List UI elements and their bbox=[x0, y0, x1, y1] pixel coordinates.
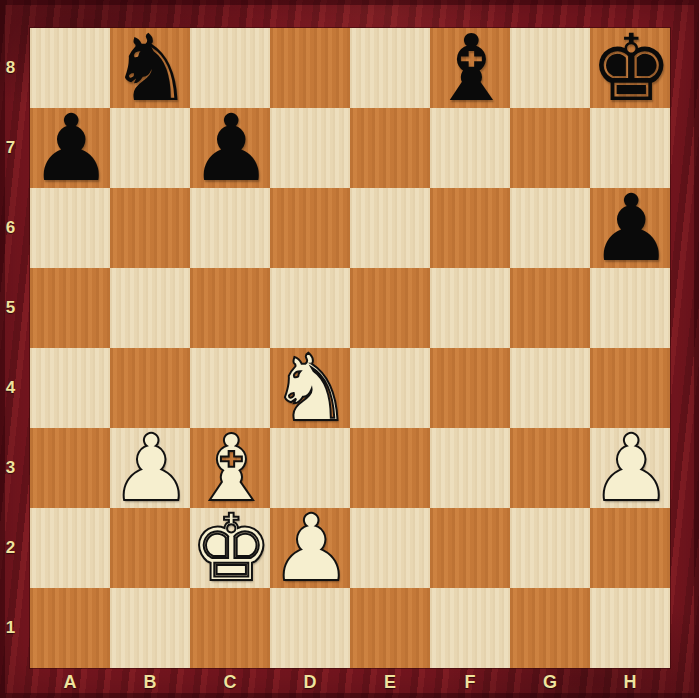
rank-label-5: 5 bbox=[0, 268, 30, 348]
square-g3[interactable] bbox=[510, 428, 590, 508]
file-label-g: G bbox=[510, 668, 590, 698]
square-a6[interactable] bbox=[30, 188, 110, 268]
square-f2[interactable] bbox=[430, 508, 510, 588]
square-b1[interactable] bbox=[110, 588, 190, 668]
square-d6[interactable] bbox=[270, 188, 350, 268]
file-labels: ABCDEFGH bbox=[30, 668, 670, 698]
square-c6[interactable] bbox=[190, 188, 270, 268]
rank-label-3: 3 bbox=[0, 428, 30, 508]
square-e6[interactable] bbox=[350, 188, 430, 268]
piece-black-pawn-h6[interactable]: ♟ bbox=[590, 189, 670, 269]
chess-board-frame: ♞♝♚♟♟♟♞♟♝♟♚♟ 87654321 ABCDEFGH bbox=[0, 0, 699, 698]
square-d4[interactable]: ♞ bbox=[270, 348, 350, 428]
square-b8[interactable]: ♞ bbox=[110, 28, 190, 108]
rank-labels: 87654321 bbox=[0, 28, 30, 668]
square-d7[interactable] bbox=[270, 108, 350, 188]
square-b6[interactable] bbox=[110, 188, 190, 268]
rank-label-6: 6 bbox=[0, 188, 30, 268]
rank-label-2: 2 bbox=[0, 508, 30, 588]
piece-black-bishop-f8[interactable]: ♝ bbox=[430, 29, 510, 109]
square-e2[interactable] bbox=[350, 508, 430, 588]
square-f1[interactable] bbox=[430, 588, 510, 668]
file-label-e: E bbox=[350, 668, 430, 698]
file-label-h: H bbox=[590, 668, 670, 698]
square-f5[interactable] bbox=[430, 268, 510, 348]
square-c2[interactable]: ♚ bbox=[190, 508, 270, 588]
rank-label-4: 4 bbox=[0, 348, 30, 428]
square-g7[interactable] bbox=[510, 108, 590, 188]
square-h2[interactable] bbox=[590, 508, 670, 588]
chess-board: ♞♝♚♟♟♟♞♟♝♟♚♟ bbox=[30, 28, 670, 668]
piece-white-pawn-b3[interactable]: ♟ bbox=[110, 429, 190, 509]
square-e1[interactable] bbox=[350, 588, 430, 668]
file-label-b: B bbox=[110, 668, 190, 698]
square-e7[interactable] bbox=[350, 108, 430, 188]
square-c1[interactable] bbox=[190, 588, 270, 668]
square-b2[interactable] bbox=[110, 508, 190, 588]
square-f3[interactable] bbox=[430, 428, 510, 508]
file-label-c: C bbox=[190, 668, 270, 698]
square-e3[interactable] bbox=[350, 428, 430, 508]
square-h6[interactable]: ♟ bbox=[590, 188, 670, 268]
rank-label-8: 8 bbox=[0, 28, 30, 108]
square-a2[interactable] bbox=[30, 508, 110, 588]
square-d2[interactable]: ♟ bbox=[270, 508, 350, 588]
square-b3[interactable]: ♟ bbox=[110, 428, 190, 508]
square-d8[interactable] bbox=[270, 28, 350, 108]
square-h1[interactable] bbox=[590, 588, 670, 668]
square-a5[interactable] bbox=[30, 268, 110, 348]
piece-black-pawn-c7[interactable]: ♟ bbox=[190, 109, 270, 189]
square-e8[interactable] bbox=[350, 28, 430, 108]
square-a7[interactable]: ♟ bbox=[30, 108, 110, 188]
square-f4[interactable] bbox=[430, 348, 510, 428]
square-h8[interactable]: ♚ bbox=[590, 28, 670, 108]
rank-label-7: 7 bbox=[0, 108, 30, 188]
square-c7[interactable]: ♟ bbox=[190, 108, 270, 188]
square-f7[interactable] bbox=[430, 108, 510, 188]
square-b5[interactable] bbox=[110, 268, 190, 348]
piece-black-king-h8[interactable]: ♚ bbox=[590, 29, 670, 109]
piece-white-pawn-h3[interactable]: ♟ bbox=[590, 429, 670, 509]
square-f6[interactable] bbox=[430, 188, 510, 268]
square-e5[interactable] bbox=[350, 268, 430, 348]
piece-white-pawn-d2[interactable]: ♟ bbox=[270, 509, 350, 589]
square-g2[interactable] bbox=[510, 508, 590, 588]
piece-white-king-c2[interactable]: ♚ bbox=[190, 509, 270, 589]
square-a4[interactable] bbox=[30, 348, 110, 428]
square-d1[interactable] bbox=[270, 588, 350, 668]
square-g6[interactable] bbox=[510, 188, 590, 268]
file-label-a: A bbox=[30, 668, 110, 698]
file-label-f: F bbox=[430, 668, 510, 698]
rank-label-1: 1 bbox=[0, 588, 30, 668]
square-a3[interactable] bbox=[30, 428, 110, 508]
square-a1[interactable] bbox=[30, 588, 110, 668]
square-c5[interactable] bbox=[190, 268, 270, 348]
square-e4[interactable] bbox=[350, 348, 430, 428]
square-h3[interactable]: ♟ bbox=[590, 428, 670, 508]
piece-white-knight-d4[interactable]: ♞ bbox=[270, 349, 350, 429]
square-g1[interactable] bbox=[510, 588, 590, 668]
file-label-d: D bbox=[270, 668, 350, 698]
square-f8[interactable]: ♝ bbox=[430, 28, 510, 108]
square-g5[interactable] bbox=[510, 268, 590, 348]
piece-black-knight-b8[interactable]: ♞ bbox=[110, 29, 190, 109]
square-g4[interactable] bbox=[510, 348, 590, 428]
piece-black-pawn-a7[interactable]: ♟ bbox=[30, 109, 110, 189]
square-b7[interactable] bbox=[110, 108, 190, 188]
square-g8[interactable] bbox=[510, 28, 590, 108]
square-h5[interactable] bbox=[590, 268, 670, 348]
